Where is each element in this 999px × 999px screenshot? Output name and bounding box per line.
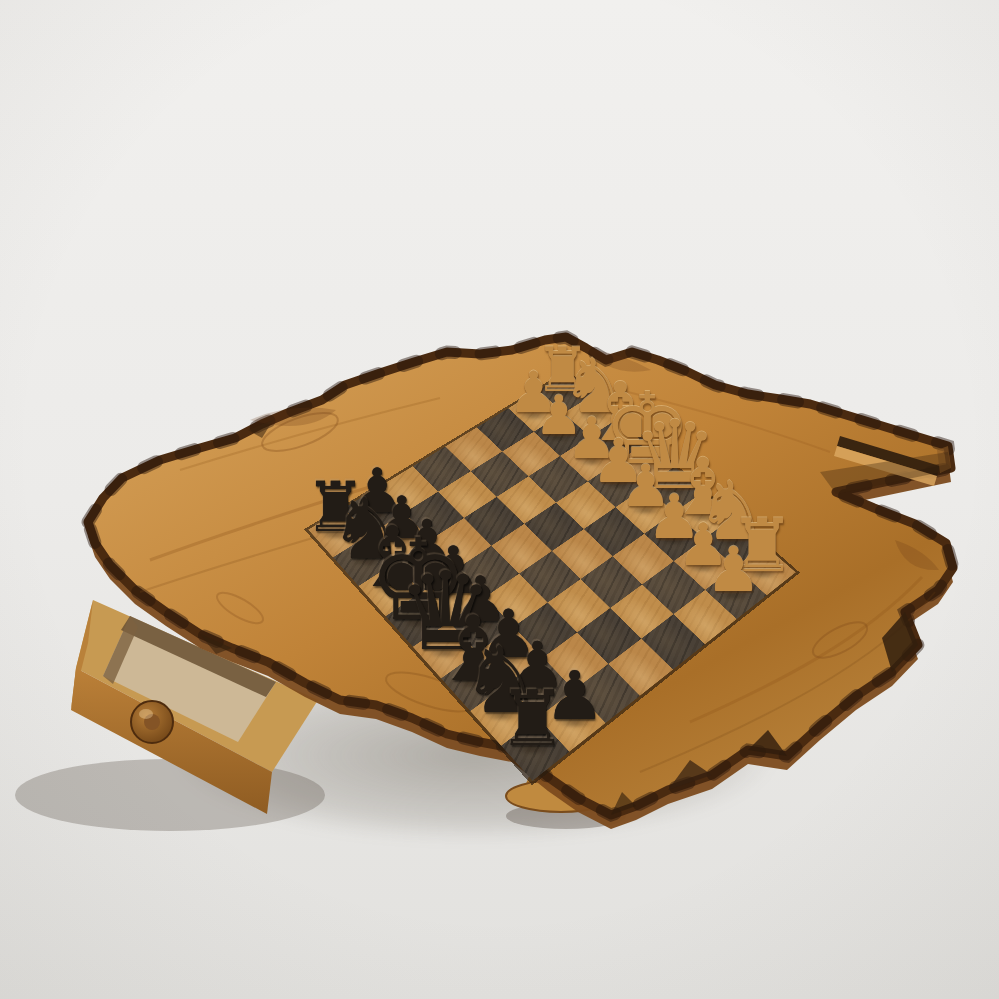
- piece-white-pawn-a2[interactable]: ♟: [706, 540, 761, 602]
- knob-highlight: [139, 709, 153, 719]
- drawer-shadow: [15, 759, 325, 831]
- product-photo-stage: ♜♞♝♛♚♝♞♜♟♟♟♟♟♟♟♟♟♟♟♟♟♟♟♟♜♞♝♛♚♝♞♜: [0, 0, 999, 999]
- piece-black-rook-a8[interactable]: ♜: [498, 682, 566, 758]
